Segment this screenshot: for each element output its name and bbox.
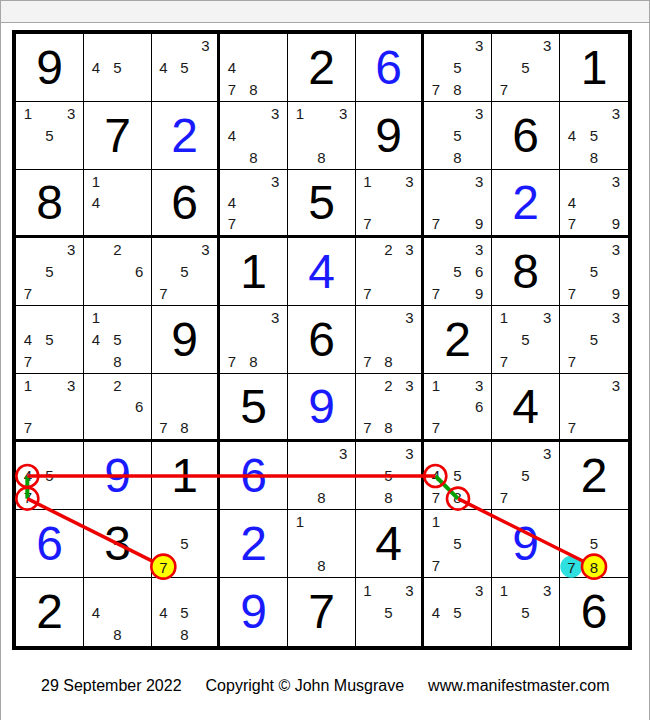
given-digit: 9	[375, 112, 402, 160]
given-digit: 3	[104, 520, 131, 568]
candidate: 7	[432, 216, 440, 231]
cell-r5c3[interactable]: 9	[152, 306, 220, 374]
candidate: 8	[317, 558, 325, 573]
candidate: 8	[590, 558, 598, 573]
cell-r4c8[interactable]: 8	[492, 238, 560, 306]
cell-r4c6[interactable]: 237	[356, 238, 424, 306]
candidate: 3	[475, 106, 483, 121]
cell-r4c3[interactable]: 357	[152, 238, 220, 306]
cell-r4c4[interactable]: 1	[220, 238, 288, 306]
candidate: 8	[180, 627, 188, 642]
candidate: 6	[475, 264, 483, 279]
cell-r6c9[interactable]: 37	[560, 374, 628, 442]
cell-r9c3[interactable]: 458	[152, 578, 220, 646]
candidate: 3	[405, 378, 413, 393]
candidate: 3	[201, 242, 209, 257]
sudoku-board: 9453454782635783571135723481389358634588…	[12, 30, 632, 650]
candidate: 5	[521, 332, 529, 347]
solved-digit: 9	[308, 383, 335, 431]
candidate: 8	[453, 150, 461, 165]
candidate: 5	[45, 332, 53, 347]
candidate: 7	[228, 354, 236, 369]
candidate: 2	[113, 378, 121, 393]
candidate: 5	[180, 605, 188, 620]
given-digit: 1	[240, 248, 267, 296]
cell-r9c5[interactable]: 7	[288, 578, 356, 646]
candidate: 3	[543, 583, 551, 598]
candidate: 7	[363, 286, 371, 301]
solved-digit: 9	[240, 588, 267, 636]
candidate: 5	[590, 332, 598, 347]
cell-r5c5[interactable]: 6	[288, 306, 356, 374]
candidate: 3	[475, 378, 483, 393]
cell-r4c7[interactable]: 35679	[424, 238, 492, 306]
candidate: 7	[24, 490, 32, 505]
candidate: 2	[384, 242, 392, 257]
given-digit: 8	[36, 179, 63, 227]
candidate: 7	[432, 558, 440, 573]
cell-r5c2[interactable]: 1458	[84, 306, 152, 374]
cell-r7c6[interactable]: 358	[356, 442, 424, 510]
candidate: 6	[135, 399, 143, 414]
candidate: 1	[24, 106, 32, 121]
given-digit: 1	[171, 452, 198, 500]
candidate: 7	[363, 420, 371, 435]
candidate: 7	[568, 286, 576, 301]
cell-r6c2[interactable]: 26	[84, 374, 152, 442]
cell-r8c1[interactable]: 6	[16, 510, 84, 578]
candidate: 7	[159, 286, 167, 301]
candidate: 9	[612, 286, 620, 301]
candidate: 7	[500, 490, 508, 505]
candidate: 7	[24, 354, 32, 369]
cell-r6c1[interactable]: 137	[16, 374, 84, 442]
candidate: 8	[249, 354, 257, 369]
candidate: 3	[339, 106, 347, 121]
candidate: 5	[590, 264, 598, 279]
given-digit: 7	[308, 588, 335, 636]
cell-r3c1[interactable]: 8	[16, 170, 84, 238]
cell-r1c9[interactable]: 1	[560, 34, 628, 102]
solved-digit: 4	[308, 248, 335, 296]
cell-r1c4[interactable]: 478	[220, 34, 288, 102]
cell-r8c8[interactable]: 9	[492, 510, 560, 578]
cell-r7c9[interactable]: 2	[560, 442, 628, 510]
candidate: 4	[92, 332, 100, 347]
candidate: 5	[453, 60, 461, 75]
candidate: 3	[405, 310, 413, 325]
given-digit: 4	[375, 520, 402, 568]
candidate: 5	[113, 60, 121, 75]
cell-r1c2[interactable]: 45	[84, 34, 152, 102]
candidate: 5	[45, 468, 53, 483]
cell-r7c8[interactable]: 357	[492, 442, 560, 510]
cell-r7c7[interactable]: 4578	[424, 442, 492, 510]
candidate: 8	[384, 354, 392, 369]
cell-r2c5[interactable]: 138	[288, 102, 356, 170]
candidate: 7	[228, 216, 236, 231]
solved-digit: 6	[375, 44, 402, 92]
cell-r3c2[interactable]: 14	[84, 170, 152, 238]
cell-r9c6[interactable]: 135	[356, 578, 424, 646]
cell-r6c4[interactable]: 5	[220, 374, 288, 442]
candidate: 3	[405, 446, 413, 461]
cell-r7c3[interactable]: 1	[152, 442, 220, 510]
cell-r9c1[interactable]: 2	[16, 578, 84, 646]
candidate: 3	[201, 38, 209, 53]
cell-r4c1[interactable]: 357	[16, 238, 84, 306]
candidate: 4	[159, 605, 167, 620]
candidate: 7	[568, 420, 576, 435]
candidate: 5	[180, 264, 188, 279]
cell-r2c2[interactable]: 7	[84, 102, 152, 170]
cell-r1c8[interactable]: 357	[492, 34, 560, 102]
candidate: 9	[475, 216, 483, 231]
candidate: 1	[296, 514, 304, 529]
candidate: 5	[384, 605, 392, 620]
candidate: 7	[568, 354, 576, 369]
cell-r9c4[interactable]: 9	[220, 578, 288, 646]
cell-r2c7[interactable]: 358	[424, 102, 492, 170]
candidate: 3	[405, 242, 413, 257]
candidate: 1	[500, 310, 508, 325]
cell-r3c6[interactable]: 137	[356, 170, 424, 238]
candidate: 5	[590, 536, 598, 551]
candidate: 4	[228, 60, 236, 75]
cell-r7c5[interactable]: 38	[288, 442, 356, 510]
candidate: 3	[405, 174, 413, 189]
candidate: 7	[228, 82, 236, 97]
candidate: 7	[568, 558, 576, 573]
candidate: 3	[339, 446, 347, 461]
candidate: 6	[475, 399, 483, 414]
cell-r3c3[interactable]: 6	[152, 170, 220, 238]
candidate: 8	[590, 150, 598, 165]
candidate: 8	[249, 82, 257, 97]
candidate: 9	[612, 216, 620, 231]
candidate: 4	[24, 468, 32, 483]
candidate: 3	[612, 310, 620, 325]
cell-r3c9[interactable]: 3479	[560, 170, 628, 238]
cell-r9c8[interactable]: 135	[492, 578, 560, 646]
candidate: 3	[475, 174, 483, 189]
cell-r9c9[interactable]: 6	[560, 578, 628, 646]
solved-digit: 2	[512, 179, 539, 227]
candidate: 5	[180, 536, 188, 551]
candidate: 5	[521, 468, 529, 483]
cell-r5c6[interactable]: 378	[356, 306, 424, 374]
candidate: 3	[612, 242, 620, 257]
cell-r1c5[interactable]: 2	[288, 34, 356, 102]
cell-r7c1[interactable]: 457	[16, 442, 84, 510]
candidate: 3	[67, 106, 75, 121]
candidate: 3	[475, 38, 483, 53]
candidate: 1	[92, 174, 100, 189]
candidate: 3	[271, 310, 279, 325]
candidate: 5	[453, 605, 461, 620]
footer-copyright: Copyright © John Musgrave	[206, 677, 405, 695]
cell-r3c7[interactable]: 379	[424, 170, 492, 238]
candidate: 7	[432, 490, 440, 505]
candidate: 4	[92, 195, 100, 210]
cell-r6c6[interactable]: 2378	[356, 374, 424, 442]
candidate: 1	[296, 106, 304, 121]
given-digit: 9	[36, 44, 63, 92]
cell-r9c7[interactable]: 345	[424, 578, 492, 646]
solved-digit: 9	[104, 452, 131, 500]
cell-r9c2[interactable]: 48	[84, 578, 152, 646]
candidate: 7	[363, 216, 371, 231]
candidate: 4	[228, 195, 236, 210]
given-digit: 2	[581, 452, 608, 500]
cell-r5c9[interactable]: 357	[560, 306, 628, 374]
candidate: 5	[45, 128, 53, 143]
cell-r6c7[interactable]: 1367	[424, 374, 492, 442]
given-digit: 2	[36, 588, 63, 636]
given-digit: 7	[104, 112, 131, 160]
cell-r5c4[interactable]: 378	[220, 306, 288, 374]
given-digit: 4	[512, 383, 539, 431]
cell-r8c2[interactable]: 3	[84, 510, 152, 578]
candidate: 8	[453, 490, 461, 505]
candidate: 1	[24, 378, 32, 393]
cell-r1c6[interactable]: 6	[356, 34, 424, 102]
candidate: 3	[405, 583, 413, 598]
cell-r8c5[interactable]: 18	[288, 510, 356, 578]
cell-r8c3[interactable]: 57	[152, 510, 220, 578]
candidate: 5	[453, 468, 461, 483]
candidate: 4	[228, 128, 236, 143]
cell-r8c6[interactable]: 4	[356, 510, 424, 578]
candidate: 5	[453, 536, 461, 551]
given-digit: 9	[171, 316, 198, 364]
candidate: 4	[159, 60, 167, 75]
cell-r2c4[interactable]: 348	[220, 102, 288, 170]
page-frame: 9453454782635783571135723481389358634588…	[0, 0, 650, 720]
cell-r1c1[interactable]: 9	[16, 34, 84, 102]
candidate: 2	[384, 378, 392, 393]
candidate: 3	[612, 378, 620, 393]
given-digit: 6	[581, 588, 608, 636]
candidate: 7	[363, 354, 371, 369]
candidate: 8	[113, 627, 121, 642]
cell-r5c8[interactable]: 1357	[492, 306, 560, 374]
cell-r6c3[interactable]: 78	[152, 374, 220, 442]
cell-r3c5[interactable]: 5	[288, 170, 356, 238]
candidate: 3	[543, 38, 551, 53]
candidate: 1	[432, 378, 440, 393]
candidate: 7	[159, 558, 167, 573]
candidate: 8	[384, 420, 392, 435]
cell-r8c7[interactable]: 157	[424, 510, 492, 578]
candidate: 7	[568, 216, 576, 231]
candidate: 4	[568, 195, 576, 210]
given-digit: 6	[512, 112, 539, 160]
candidate: 4	[432, 605, 440, 620]
cell-r6c8[interactable]: 4	[492, 374, 560, 442]
candidate: 4	[568, 128, 576, 143]
solved-digit: 6	[36, 520, 63, 568]
candidate: 7	[432, 82, 440, 97]
candidate: 7	[432, 420, 440, 435]
given-digit: 8	[512, 248, 539, 296]
given-digit: 5	[240, 383, 267, 431]
footer-website[interactable]: www.manifestmaster.com	[428, 677, 609, 695]
candidate: 3	[543, 446, 551, 461]
candidate: 5	[180, 60, 188, 75]
top-band	[1, 1, 649, 23]
cell-r5c7[interactable]: 2	[424, 306, 492, 374]
given-digit: 2	[308, 44, 335, 92]
candidate: 4	[92, 60, 100, 75]
candidate: 1	[363, 174, 371, 189]
cell-r2c8[interactable]: 6	[492, 102, 560, 170]
candidate: 7	[500, 354, 508, 369]
cell-r6c5[interactable]: 9	[288, 374, 356, 442]
cell-r3c8[interactable]: 2	[492, 170, 560, 238]
footer-date: 29 September 2022	[41, 677, 182, 695]
candidate: 1	[500, 583, 508, 598]
candidate: 8	[317, 150, 325, 165]
candidate: 4	[24, 332, 32, 347]
cell-r5c1[interactable]: 457	[16, 306, 84, 374]
candidate: 7	[500, 82, 508, 97]
cell-r7c2[interactable]: 9	[84, 442, 152, 510]
candidate: 5	[521, 605, 529, 620]
cell-r2c9[interactable]: 3458	[560, 102, 628, 170]
solved-digit: 2	[171, 112, 198, 160]
candidate: 1	[363, 583, 371, 598]
candidate: 4	[92, 605, 100, 620]
cell-r2c3[interactable]: 2	[152, 102, 220, 170]
candidate: 5	[521, 60, 529, 75]
given-digit: 6	[171, 179, 198, 227]
cell-r4c2[interactable]: 26	[84, 238, 152, 306]
footer: 29 September 2022 Copyright © John Musgr…	[41, 677, 609, 695]
candidate: 3	[612, 174, 620, 189]
candidate: 3	[475, 583, 483, 598]
candidate: 3	[543, 310, 551, 325]
candidate: 5	[453, 264, 461, 279]
cell-r4c5[interactable]: 4	[288, 238, 356, 306]
cell-r7c4[interactable]: 6	[220, 442, 288, 510]
candidate: 3	[271, 106, 279, 121]
candidate: 2	[113, 242, 121, 257]
candidate: 8	[113, 354, 121, 369]
cell-r2c1[interactable]: 135	[16, 102, 84, 170]
candidate: 7	[432, 286, 440, 301]
cell-r1c3[interactable]: 345	[152, 34, 220, 102]
given-digit: 1	[581, 44, 608, 92]
candidate: 3	[612, 106, 620, 121]
given-digit: 5	[308, 179, 335, 227]
candidate: 7	[24, 286, 32, 301]
cell-r1c7[interactable]: 3578	[424, 34, 492, 102]
candidate: 8	[384, 490, 392, 505]
solved-digit: 6	[240, 452, 267, 500]
cell-r8c9[interactable]: 578	[560, 510, 628, 578]
given-digit: 2	[444, 316, 471, 364]
candidate: 3	[271, 174, 279, 189]
candidate: 1	[432, 514, 440, 529]
candidate: 5	[590, 128, 598, 143]
candidate: 5	[453, 128, 461, 143]
candidate: 8	[453, 82, 461, 97]
candidate: 6	[135, 264, 143, 279]
candidate: 1	[92, 310, 100, 325]
candidate: 8	[249, 150, 257, 165]
candidate: 7	[24, 420, 32, 435]
cell-r4c9[interactable]: 3579	[560, 238, 628, 306]
cell-r2c6[interactable]: 9	[356, 102, 424, 170]
candidate: 8	[317, 490, 325, 505]
candidate: 9	[475, 286, 483, 301]
candidate: 7	[159, 420, 167, 435]
candidate: 3	[475, 242, 483, 257]
cell-r3c4[interactable]: 347	[220, 170, 288, 238]
candidate: 3	[67, 242, 75, 257]
candidate: 5	[384, 468, 392, 483]
candidate: 8	[180, 420, 188, 435]
solved-digit: 9	[512, 520, 539, 568]
given-digit: 6	[308, 316, 335, 364]
solved-digit: 2	[240, 520, 267, 568]
candidate: 4	[432, 468, 440, 483]
cell-r8c4[interactable]: 2	[220, 510, 288, 578]
candidate: 5	[45, 264, 53, 279]
candidate: 5	[113, 332, 121, 347]
candidate: 3	[67, 378, 75, 393]
